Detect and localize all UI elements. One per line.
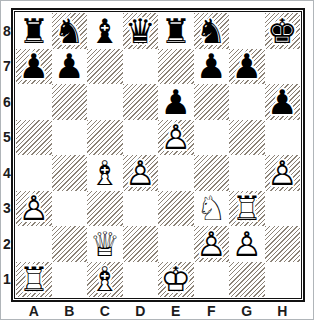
square-d7 (123, 49, 159, 85)
piece-glyph: ♙ (265, 155, 301, 191)
square-f2: ♟♙ (194, 226, 230, 262)
square-b3 (52, 191, 88, 227)
file-labels: A B C D E F G H (16, 302, 300, 319)
piece-glyph: ♟ (16, 49, 52, 85)
square-c4: ♝♗ (87, 155, 123, 191)
chess-diagram-image: 8 7 6 5 4 3 2 1 ♜♜♞♞♝♝♛♛♜♜♞♞♚♚♟♟♟♟♟♟♟♟♟♟… (0, 0, 314, 320)
piece-glyph: ♜ (16, 13, 52, 49)
piece-glyph: ♟ (194, 49, 230, 85)
rank-label-1: 1 (1, 262, 13, 298)
piece-glyph: ♚ (265, 13, 301, 49)
square-a2 (16, 226, 52, 262)
piece-glyph: ♗ (87, 262, 123, 298)
square-f5 (194, 120, 230, 156)
file-label-g: G (229, 302, 265, 319)
square-e5: ♟♙ (158, 120, 194, 156)
piece-white-pawn: ♟♙ (229, 226, 265, 262)
square-f4 (194, 155, 230, 191)
square-e7 (158, 49, 194, 85)
piece-glyph: ♛ (123, 13, 159, 49)
square-a4 (16, 155, 52, 191)
square-e3 (158, 191, 194, 227)
piece-glyph: ♝ (87, 13, 123, 49)
piece-glyph: ♙ (158, 120, 194, 156)
square-e6: ♟♟ (158, 84, 194, 120)
square-e8: ♜♜ (158, 13, 194, 49)
square-h6: ♟♟ (265, 84, 301, 120)
file-label-h: H (265, 302, 301, 319)
piece-white-pawn: ♟♙ (265, 155, 301, 191)
piece-glyph: ♙ (16, 191, 52, 227)
square-c2: ♛♕ (87, 226, 123, 262)
square-d3 (123, 191, 159, 227)
square-b1 (52, 262, 88, 298)
rank-label-4: 4 (1, 155, 13, 191)
piece-glyph: ♞ (52, 13, 88, 49)
piece-white-pawn: ♟♙ (123, 155, 159, 191)
rank-label-5: 5 (1, 120, 13, 156)
piece-white-pawn: ♟♙ (16, 191, 52, 227)
piece-black-bishop: ♝♝ (87, 13, 123, 49)
piece-glyph: ♟ (158, 84, 194, 120)
piece-black-rook: ♜♜ (16, 13, 52, 49)
piece-black-king: ♚♚ (265, 13, 301, 49)
file-label-e: E (158, 302, 194, 319)
square-h3 (265, 191, 301, 227)
piece-glyph: ♟ (229, 49, 265, 85)
file-label-b: B (52, 302, 88, 319)
square-d4: ♟♙ (123, 155, 159, 191)
piece-glyph: ♖ (16, 262, 52, 298)
square-d1 (123, 262, 159, 298)
square-a1: ♜♖ (16, 262, 52, 298)
square-e1: ♚♔ (158, 262, 194, 298)
piece-glyph: ♞ (194, 13, 230, 49)
square-d6 (123, 84, 159, 120)
piece-glyph: ♙ (194, 226, 230, 262)
square-c8: ♝♝ (87, 13, 123, 49)
square-b5 (52, 120, 88, 156)
square-d5 (123, 120, 159, 156)
square-b6 (52, 84, 88, 120)
piece-white-knight: ♞♘ (194, 191, 230, 227)
square-f7: ♟♟ (194, 49, 230, 85)
square-h1 (265, 262, 301, 298)
square-b7: ♟♟ (52, 49, 88, 85)
piece-black-pawn: ♟♟ (229, 49, 265, 85)
square-c1: ♝♗ (87, 262, 123, 298)
piece-glyph: ♙ (229, 226, 265, 262)
file-label-d: D (123, 302, 159, 319)
rank-labels: 8 7 6 5 4 3 2 1 (1, 13, 13, 297)
square-c5 (87, 120, 123, 156)
square-g6 (229, 84, 265, 120)
piece-black-knight: ♞♞ (52, 13, 88, 49)
piece-black-knight: ♞♞ (194, 13, 230, 49)
piece-black-pawn: ♟♟ (194, 49, 230, 85)
square-b4 (52, 155, 88, 191)
square-a5 (16, 120, 52, 156)
square-b2 (52, 226, 88, 262)
piece-black-pawn: ♟♟ (158, 84, 194, 120)
square-e4 (158, 155, 194, 191)
piece-black-queen: ♛♛ (123, 13, 159, 49)
square-g7: ♟♟ (229, 49, 265, 85)
rank-label-6: 6 (1, 84, 13, 120)
piece-white-queen: ♛♕ (87, 226, 123, 262)
piece-white-pawn: ♟♙ (194, 226, 230, 262)
rank-label-3: 3 (1, 191, 13, 227)
piece-glyph: ♗ (87, 155, 123, 191)
file-label-c: C (87, 302, 123, 319)
rank-label-7: 7 (1, 49, 13, 85)
file-label-a: A (16, 302, 52, 319)
piece-glyph: ♟ (265, 84, 301, 120)
square-a8: ♜♜ (16, 13, 52, 49)
square-f6 (194, 84, 230, 120)
square-g5 (229, 120, 265, 156)
piece-glyph: ♔ (158, 262, 194, 298)
piece-white-pawn: ♟♙ (158, 120, 194, 156)
square-h4: ♟♙ (265, 155, 301, 191)
piece-glyph: ♘ (194, 191, 230, 227)
piece-white-rook: ♜♖ (16, 262, 52, 298)
square-h2 (265, 226, 301, 262)
piece-white-king: ♚♔ (158, 262, 194, 298)
square-d2 (123, 226, 159, 262)
piece-white-rook: ♜♖ (229, 191, 265, 227)
square-h7 (265, 49, 301, 85)
piece-glyph: ♙ (123, 155, 159, 191)
square-f1 (194, 262, 230, 298)
square-f3: ♞♘ (194, 191, 230, 227)
square-g4 (229, 155, 265, 191)
square-f8: ♞♞ (194, 13, 230, 49)
piece-black-rook: ♜♜ (158, 13, 194, 49)
piece-black-pawn: ♟♟ (16, 49, 52, 85)
square-a3: ♟♙ (16, 191, 52, 227)
square-d8: ♛♛ (123, 13, 159, 49)
square-g8 (229, 13, 265, 49)
piece-glyph: ♜ (158, 13, 194, 49)
file-label-f: F (194, 302, 230, 319)
piece-glyph: ♕ (87, 226, 123, 262)
rank-label-8: 8 (1, 13, 13, 49)
square-h8: ♚♚ (265, 13, 301, 49)
piece-glyph: ♖ (229, 191, 265, 227)
square-g1 (229, 262, 265, 298)
square-b8: ♞♞ (52, 13, 88, 49)
square-g2: ♟♙ (229, 226, 265, 262)
square-c6 (87, 84, 123, 120)
square-a7: ♟♟ (16, 49, 52, 85)
piece-white-bishop: ♝♗ (87, 155, 123, 191)
piece-black-pawn: ♟♟ (52, 49, 88, 85)
square-c3 (87, 191, 123, 227)
square-g3: ♜♖ (229, 191, 265, 227)
square-a6 (16, 84, 52, 120)
piece-white-bishop: ♝♗ (87, 262, 123, 298)
square-e2 (158, 226, 194, 262)
piece-glyph: ♟ (52, 49, 88, 85)
rank-label-2: 2 (1, 226, 13, 262)
square-h5 (265, 120, 301, 156)
chess-board: ♜♜♞♞♝♝♛♛♜♜♞♞♚♚♟♟♟♟♟♟♟♟♟♟♟♟♟♙♝♗♟♙♟♙♟♙♞♘♜♖… (14, 11, 302, 299)
piece-black-pawn: ♟♟ (265, 84, 301, 120)
square-c7 (87, 49, 123, 85)
